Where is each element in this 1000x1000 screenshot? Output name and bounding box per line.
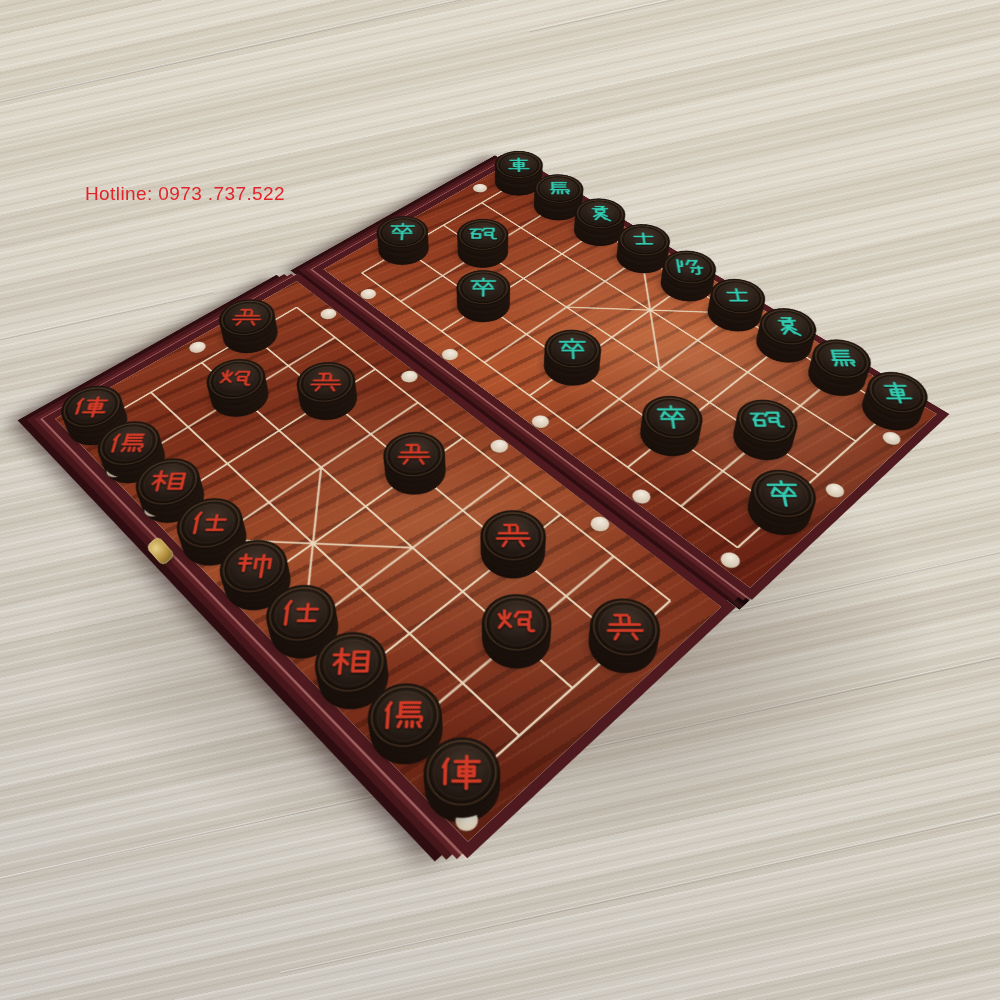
mother-of-pearl-inlay-dot xyxy=(398,368,421,385)
engraved-character-兵 xyxy=(493,520,534,552)
engraved-character-俥 xyxy=(437,750,485,794)
engraved-character-馬 xyxy=(820,347,862,372)
engraved-character-炮 xyxy=(495,605,539,642)
engraved-character-仕 xyxy=(277,595,324,631)
engraved-character-仕 xyxy=(186,507,233,539)
engraved-character-車 xyxy=(504,156,534,174)
engraved-character-卒 xyxy=(466,277,500,299)
engraved-character-傌 xyxy=(380,695,428,736)
engraved-character-相 xyxy=(145,467,191,497)
engraved-character-象 xyxy=(768,315,808,338)
engraved-character-象 xyxy=(584,204,617,223)
engraved-character-兵 xyxy=(394,440,434,469)
engraved-character-卒 xyxy=(652,404,693,431)
engraved-character-士 xyxy=(626,230,661,250)
engraved-character-將 xyxy=(671,257,707,278)
engraved-character-砲 xyxy=(466,225,498,245)
engraved-character-炮 xyxy=(215,366,256,392)
engraved-character-卒 xyxy=(385,222,418,242)
engraved-character-傌 xyxy=(106,429,152,457)
engraved-character-俥 xyxy=(69,394,114,421)
engraved-character-卒 xyxy=(555,337,592,361)
engraved-character-車 xyxy=(875,380,920,406)
engraved-character-兵 xyxy=(306,370,346,396)
engraved-character-砲 xyxy=(745,408,788,435)
engraved-character-卒 xyxy=(761,479,807,509)
engraved-character-帥 xyxy=(230,550,277,584)
engraved-character-兵 xyxy=(602,609,648,646)
engraved-character-馬 xyxy=(543,180,575,198)
engraved-character-兵 xyxy=(227,306,266,329)
engraved-character-相 xyxy=(327,644,375,682)
hotline-text: Hotline: 0973 .737.522 xyxy=(85,183,285,205)
engraved-character-士 xyxy=(718,285,756,307)
